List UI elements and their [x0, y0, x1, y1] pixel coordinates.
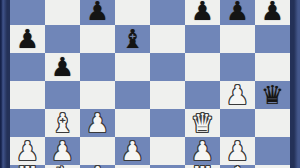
piece-white-bishop-b3: ♝ — [51, 110, 74, 136]
piece-white-pawn-g2: ♟ — [226, 138, 249, 164]
square-d6[interactable]: ♝ — [115, 25, 150, 53]
square-e5[interactable] — [150, 53, 185, 81]
square-h2[interactable] — [255, 137, 290, 165]
square-h3[interactable] — [255, 109, 290, 137]
square-g4[interactable]: ♟ — [220, 81, 255, 109]
square-c6[interactable] — [80, 25, 115, 53]
square-b6[interactable] — [45, 25, 80, 53]
square-h6[interactable] — [255, 25, 290, 53]
square-b7[interactable] — [45, 0, 80, 25]
piece-black-pawn-h7: ♟ — [261, 0, 284, 24]
square-g7[interactable]: ♟ — [220, 0, 255, 25]
square-h1[interactable] — [255, 165, 290, 168]
square-e2[interactable] — [150, 137, 185, 165]
square-d2[interactable]: ♟ — [115, 137, 150, 165]
piece-white-pawn-d2: ♟ — [121, 138, 144, 164]
square-f6[interactable] — [185, 25, 220, 53]
square-c2[interactable] — [80, 137, 115, 165]
square-e6[interactable] — [150, 25, 185, 53]
square-f7[interactable]: ♟ — [185, 0, 220, 25]
piece-black-pawn-g7: ♟ — [226, 0, 249, 24]
piece-black-pawn-a6: ♟ — [16, 26, 39, 52]
square-c3[interactable]: ♟ — [80, 109, 115, 137]
square-d1[interactable] — [115, 165, 150, 168]
square-g2[interactable]: ♟ — [220, 137, 255, 165]
piece-white-pawn-g4: ♟ — [226, 82, 249, 108]
square-a7[interactable] — [10, 0, 45, 25]
square-a1[interactable]: ♜ — [10, 165, 45, 168]
square-g5[interactable] — [220, 53, 255, 81]
square-c7[interactable]: ♟ — [80, 0, 115, 25]
square-e7[interactable] — [150, 0, 185, 25]
square-g3[interactable] — [220, 109, 255, 137]
square-h5[interactable] — [255, 53, 290, 81]
square-a2[interactable]: ♟ — [10, 137, 45, 165]
piece-white-pawn-b2: ♟ — [51, 138, 74, 164]
square-g6[interactable] — [220, 25, 255, 53]
square-a5[interactable] — [10, 53, 45, 81]
board-frame-left — [0, 0, 10, 168]
square-f3[interactable]: ♛ — [185, 109, 220, 137]
square-f1[interactable]: ♜ — [185, 165, 220, 168]
piece-white-pawn-f2: ♟ — [191, 138, 214, 164]
piece-white-pawn-a2: ♟ — [16, 138, 39, 164]
piece-black-bishop-d6: ♝ — [121, 26, 144, 52]
piece-white-pawn-c3: ♟ — [86, 110, 109, 136]
square-b2[interactable]: ♟ — [45, 137, 80, 165]
square-h7[interactable]: ♟ — [255, 0, 290, 25]
square-a4[interactable] — [10, 81, 45, 109]
chess-board: ♜♝♜♚♟♟♟♟♟♝♟♟♛♝♟♛♟♟♟♟♟♜♞♝♜♚ — [10, 0, 290, 168]
piece-black-pawn-c7: ♟ — [86, 0, 109, 24]
piece-black-pawn-b5: ♟ — [51, 54, 74, 80]
square-b1[interactable]: ♞ — [45, 165, 80, 168]
square-f4[interactable] — [185, 81, 220, 109]
square-d3[interactable] — [115, 109, 150, 137]
square-g1[interactable]: ♚ — [220, 165, 255, 168]
square-f2[interactable]: ♟ — [185, 137, 220, 165]
square-h4[interactable]: ♛ — [255, 81, 290, 109]
square-a3[interactable] — [10, 109, 45, 137]
square-b4[interactable] — [45, 81, 80, 109]
chess-diagram-screen: ♜♝♜♚♟♟♟♟♟♝♟♟♛♝♟♛♟♟♟♟♟♜♞♝♜♚ — [0, 0, 300, 168]
square-d7[interactable] — [115, 0, 150, 25]
square-d5[interactable] — [115, 53, 150, 81]
piece-black-pawn-f7: ♟ — [191, 0, 214, 24]
square-a6[interactable]: ♟ — [10, 25, 45, 53]
square-e4[interactable] — [150, 81, 185, 109]
square-c1[interactable]: ♝ — [80, 165, 115, 168]
piece-black-queen-h4: ♛ — [261, 82, 284, 108]
square-e3[interactable] — [150, 109, 185, 137]
square-c4[interactable] — [80, 81, 115, 109]
board-frame-right — [290, 0, 300, 168]
square-f5[interactable] — [185, 53, 220, 81]
piece-white-queen-f3: ♛ — [191, 110, 214, 136]
square-b3[interactable]: ♝ — [45, 109, 80, 137]
square-c5[interactable] — [80, 53, 115, 81]
square-e1[interactable] — [150, 165, 185, 168]
square-b5[interactable]: ♟ — [45, 53, 80, 81]
square-d4[interactable] — [115, 81, 150, 109]
